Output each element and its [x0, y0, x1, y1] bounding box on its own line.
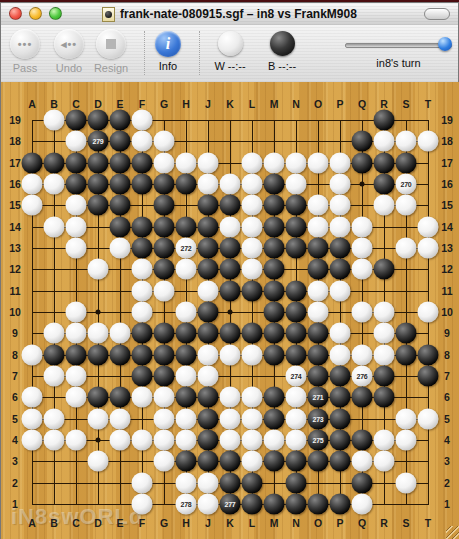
- white-stone-Q12: [352, 259, 373, 280]
- col-label-top: T: [425, 98, 431, 110]
- black-stone-L1: [242, 493, 263, 514]
- white-stone-S15: [396, 195, 417, 216]
- black-stone-T8: [418, 344, 439, 365]
- undo-label: Undo: [47, 62, 91, 74]
- move-number: 271: [313, 394, 324, 401]
- black-stone-B8: [44, 344, 65, 365]
- black-stone-C16: [66, 173, 87, 194]
- col-label-top: N: [292, 98, 300, 110]
- resign-button[interactable]: Resign: [89, 29, 133, 74]
- black-stone-G8: [154, 344, 175, 365]
- black-stone-G14: [154, 216, 175, 237]
- white-stone-F12: [132, 259, 153, 280]
- row-label-left: 12: [9, 263, 21, 275]
- row-label-right: 7: [444, 370, 450, 382]
- col-label-top: D: [94, 98, 102, 110]
- info-button[interactable]: i Info: [146, 29, 190, 72]
- white-stone-S18: [396, 131, 417, 152]
- black-stone-P5: [330, 408, 351, 429]
- white-stone-F19: [132, 110, 153, 131]
- white-stone-F10: [132, 301, 153, 322]
- black-stone-E14: [110, 216, 131, 237]
- undo-button[interactable]: ◂•• Undo: [47, 29, 91, 74]
- star-point: [360, 181, 365, 186]
- black-stone-T7: [418, 365, 439, 386]
- row-label-right: 10: [441, 306, 453, 318]
- white-stone-K16: [220, 173, 241, 194]
- black-stone-S8: [396, 344, 417, 365]
- black-stone-O6: 271: [308, 387, 329, 408]
- row-label-right: 14: [441, 221, 453, 233]
- collapse-button[interactable]: [424, 8, 450, 20]
- col-label-top: H: [182, 98, 190, 110]
- turn-label: in8's turn: [341, 57, 456, 69]
- black-stone-D15: [88, 195, 109, 216]
- black-stone-G16: [154, 173, 175, 194]
- move-number: 278: [181, 500, 192, 507]
- white-stone-R8: [374, 344, 395, 365]
- black-stone-E17: [110, 152, 131, 173]
- black-stone-M9: [264, 323, 285, 344]
- black-stone-N10: [286, 301, 307, 322]
- move-number: 272: [181, 244, 192, 251]
- black-stone-Q18: [352, 131, 373, 152]
- col-label-top: O: [314, 98, 322, 110]
- white-stone-T5: [418, 408, 439, 429]
- white-stone-L5: [242, 408, 263, 429]
- white-stone-C14: [66, 216, 87, 237]
- black-stone-O4: 275: [308, 429, 329, 450]
- close-button[interactable]: [9, 7, 22, 20]
- black-stone-O3: [308, 451, 329, 472]
- col-label-top: A: [28, 98, 36, 110]
- white-stone-J11: [198, 280, 219, 301]
- white-stone-L4: [242, 429, 263, 450]
- black-stone-F9: [132, 323, 153, 344]
- white-clock-text: W --:--: [205, 60, 255, 72]
- black-stone-E19: [110, 110, 131, 131]
- white-stone-S2: [396, 472, 417, 493]
- black-stone-O9: [308, 323, 329, 344]
- black-stone-C17: [66, 152, 87, 173]
- white-stone-P14: [330, 216, 351, 237]
- black-stone-E18: [110, 131, 131, 152]
- white-stone-B16: [44, 173, 65, 194]
- pass-button[interactable]: ••• Pass: [3, 29, 47, 74]
- black-stone-M15: [264, 195, 285, 216]
- white-stone-H4: [176, 429, 197, 450]
- white-stone-C9: [66, 323, 87, 344]
- col-label-bottom: R: [380, 517, 388, 529]
- row-label-left: 16: [9, 178, 21, 190]
- black-stone-N14: [286, 216, 307, 237]
- white-stone-A4: [22, 429, 43, 450]
- black-stone-K11: [220, 280, 241, 301]
- row-label-left: 6: [12, 391, 18, 403]
- white-stone-D12: [88, 259, 109, 280]
- slider-track[interactable]: [345, 37, 452, 51]
- white-stone-M4: [264, 429, 285, 450]
- black-stone-R17: [374, 152, 395, 173]
- minimize-button[interactable]: [29, 7, 42, 20]
- black-stone-H3: [176, 451, 197, 472]
- white-stone-S5: [396, 408, 417, 429]
- white-stone-B9: [44, 323, 65, 344]
- row-label-left: 2: [12, 477, 18, 489]
- white-stone-G11: [154, 280, 175, 301]
- white-stone-T18: [418, 131, 439, 152]
- col-label-bottom: T: [425, 517, 431, 529]
- black-stone-H9: [176, 323, 197, 344]
- white-stone-C15: [66, 195, 87, 216]
- toolbar-separator: [144, 31, 145, 75]
- move-number: 270: [401, 180, 412, 187]
- black-stone-N3: [286, 451, 307, 472]
- white-stone-F6: [132, 387, 153, 408]
- black-stone-J4: [198, 429, 219, 450]
- row-label-left: 15: [9, 199, 21, 211]
- white-stone-E9: [110, 323, 131, 344]
- black-stone-H8: [176, 344, 197, 365]
- black-stone-D19: [88, 110, 109, 131]
- white-stone-P16: [330, 173, 351, 194]
- white-stone-T13: [418, 237, 439, 258]
- white-stone-N17: [286, 152, 307, 173]
- title-bar[interactable]: frank-nate-080915.sgf – in8 vs FrankM908: [1, 3, 458, 26]
- white-stone-K4: [220, 429, 241, 450]
- row-label-left: 18: [9, 135, 21, 147]
- row-label-left: 17: [9, 157, 21, 169]
- black-stone-R12: [374, 259, 395, 280]
- black-stone-M16: [264, 173, 285, 194]
- black-stone-M3: [264, 451, 285, 472]
- white-stone-R9: [374, 323, 395, 344]
- white-stone-N4: [286, 429, 307, 450]
- white-stone-H13: 272: [176, 237, 197, 258]
- white-stone-L16: [242, 173, 263, 194]
- move-number: 277: [225, 500, 236, 507]
- black-clock: B --:--: [257, 31, 307, 72]
- move-number: 273: [313, 415, 324, 422]
- black-stone-M14: [264, 216, 285, 237]
- black-stone-P13: [330, 237, 351, 258]
- white-stone-Q14: [352, 216, 373, 237]
- white-stone-O15: [308, 195, 329, 216]
- white-stone-L3: [242, 451, 263, 472]
- white-stone-K8: [220, 344, 241, 365]
- white-stone-J7: [198, 365, 219, 386]
- white-stone-F18: [132, 131, 153, 152]
- row-label-left: 3: [12, 455, 18, 467]
- col-label-bottom: E: [116, 517, 123, 529]
- row-label-right: 4: [444, 434, 450, 446]
- white-stone-B7: [44, 365, 65, 386]
- black-stone-R16: [374, 173, 395, 194]
- move-number: 275: [313, 436, 324, 443]
- black-stone-O8: [308, 344, 329, 365]
- black-stone-D18: 279: [88, 131, 109, 152]
- black-stone-J10: [198, 301, 219, 322]
- col-label-top: M: [270, 98, 279, 110]
- white-stone-G3: [154, 451, 175, 472]
- white-stone-E13: [110, 237, 131, 258]
- col-label-bottom: L: [249, 517, 255, 529]
- white-stone-Q10: [352, 301, 373, 322]
- undo-icon: ◂••: [54, 29, 84, 59]
- black-stone-P6: [330, 387, 351, 408]
- white-stone-C18: [66, 131, 87, 152]
- white-stone-F1: [132, 493, 153, 514]
- black-stone-G7: [154, 365, 175, 386]
- white-stone-L12: [242, 259, 263, 280]
- white-stone-K6: [220, 387, 241, 408]
- black-stone-J9: [198, 323, 219, 344]
- white-stone-G6: [154, 387, 175, 408]
- black-stone-K3: [220, 451, 241, 472]
- black-stone-R19: [374, 110, 395, 131]
- black-stone-P3: [330, 451, 351, 472]
- white-stone-O14: [308, 216, 329, 237]
- black-stone-H14: [176, 216, 197, 237]
- white-stone-O10: [308, 301, 329, 322]
- resize-grip-icon[interactable]: [446, 526, 459, 539]
- black-stone-M12: [264, 259, 285, 280]
- black-stone-K2: [220, 472, 241, 493]
- row-label-right: 11: [441, 285, 452, 297]
- white-stone-L6: [242, 387, 263, 408]
- col-label-bottom: H: [182, 517, 190, 529]
- black-stone-D16: [88, 173, 109, 194]
- white-stone-H1: 278: [176, 493, 197, 514]
- white-stone-N16: [286, 173, 307, 194]
- info-label: Info: [146, 60, 190, 72]
- black-stone-R6: [374, 387, 395, 408]
- row-label-left: 9: [12, 327, 18, 339]
- white-stone-G18: [154, 131, 175, 152]
- row-label-left: 7: [12, 370, 18, 382]
- move-number: 279: [93, 138, 104, 145]
- black-stone-D17: [88, 152, 109, 173]
- black-stone-N8: [286, 344, 307, 365]
- white-stone-Q3: [352, 451, 373, 472]
- row-label-left: 10: [9, 306, 21, 318]
- white-stone-Q13: [352, 237, 373, 258]
- row-label-right: 9: [444, 327, 450, 339]
- app-window: frank-nate-080915.sgf – in8 vs FrankM908…: [0, 2, 459, 539]
- black-stone-Q6: [352, 387, 373, 408]
- row-label-right: 18: [441, 135, 453, 147]
- row-label-right: 5: [444, 413, 450, 425]
- black-stone-M10: [264, 301, 285, 322]
- black-stone-P12: [330, 259, 351, 280]
- toolbar: ••• Pass ◂•• Undo Resign i Info W --:-- …: [1, 25, 458, 83]
- black-stone-N13: [286, 237, 307, 258]
- white-stone-J1: [198, 493, 219, 514]
- black-stone-J12: [198, 259, 219, 280]
- black-stone-E8: [110, 344, 131, 365]
- black-stone-C8: [66, 344, 87, 365]
- black-stone-F16: [132, 173, 153, 194]
- col-label-top: G: [160, 98, 168, 110]
- info-icon: i: [155, 31, 181, 57]
- star-point: [228, 309, 233, 314]
- window-title: frank-nate-080915.sgf – in8 vs FrankM908: [120, 7, 357, 21]
- white-stone-Q8: [352, 344, 373, 365]
- white-stone-T10: [418, 301, 439, 322]
- star-point: [96, 437, 101, 442]
- black-stone-O5: 273: [308, 408, 329, 429]
- black-stone-G13: [154, 237, 175, 258]
- black-stone-F8: [132, 344, 153, 365]
- white-stone-R15: [374, 195, 395, 216]
- black-stone-L11: [242, 280, 263, 301]
- white-stone-D3: [88, 451, 109, 472]
- row-label-left: 4: [12, 434, 18, 446]
- white-stone-F4: [132, 429, 153, 450]
- white-stone-J2: [198, 472, 219, 493]
- white-stone-D5: [88, 408, 109, 429]
- white-stone-E5: [110, 408, 131, 429]
- row-label-right: 17: [441, 157, 453, 169]
- black-stone-O12: [308, 259, 329, 280]
- black-stone-Q17: [352, 152, 373, 173]
- game-position-slider: in8's turn: [341, 31, 456, 69]
- black-stone-M6: [264, 387, 285, 408]
- black-stone-M13: [264, 237, 285, 258]
- white-stone-P9: [330, 323, 351, 344]
- go-board[interactable]: iN8swORLd AABBCCDDEEFFGGHHJJKKLLMMNNOOPP…: [1, 82, 459, 539]
- white-stone-P15: [330, 195, 351, 216]
- white-stone-A16: [22, 173, 43, 194]
- white-stone-S13: [396, 237, 417, 258]
- move-number: 274: [291, 372, 302, 379]
- black-stone-N2: [286, 472, 307, 493]
- white-stone-L15: [242, 195, 263, 216]
- black-stone-E6: [110, 387, 131, 408]
- black-stone-J3: [198, 451, 219, 472]
- white-stone-K14: [220, 216, 241, 237]
- black-stone-O1: [308, 493, 329, 514]
- white-stone-N7: 274: [286, 365, 307, 386]
- black-stone-E15: [110, 195, 131, 216]
- col-label-top: B: [50, 98, 58, 110]
- white-stone-C7: [66, 365, 87, 386]
- row-label-right: 6: [444, 391, 450, 403]
- black-stone-P7: [330, 365, 351, 386]
- white-stone-F2: [132, 472, 153, 493]
- black-stone-S9: [396, 323, 417, 344]
- slider-knob[interactable]: [438, 37, 452, 51]
- white-stone-Q1: [352, 493, 373, 514]
- col-label-bottom: A: [28, 517, 36, 529]
- black-stone-J14: [198, 216, 219, 237]
- black-stone-H6: [176, 387, 197, 408]
- row-label-left: 19: [9, 114, 21, 126]
- row-label-right: 3: [444, 455, 450, 467]
- black-stone-Q2: [352, 472, 373, 493]
- black-stone-G9: [154, 323, 175, 344]
- resign-icon: [96, 29, 126, 59]
- col-label-bottom: G: [160, 517, 168, 529]
- col-label-bottom: J: [205, 517, 211, 529]
- row-label-right: 8: [444, 349, 450, 361]
- col-label-bottom: O: [314, 517, 322, 529]
- black-stone-J5: [198, 408, 219, 429]
- row-label-left: 5: [12, 413, 18, 425]
- white-stone-H2: [176, 472, 197, 493]
- white-stone-L13: [242, 237, 263, 258]
- black-stone-N1: [286, 493, 307, 514]
- black-stone-D8: [88, 344, 109, 365]
- black-stone-N11: [286, 280, 307, 301]
- black-stone-K9: [220, 323, 241, 344]
- white-stone-N5: [286, 408, 307, 429]
- white-stone-B14: [44, 216, 65, 237]
- black-stone-J13: [198, 237, 219, 258]
- white-stone-C6: [66, 387, 87, 408]
- white-stone-K5: [220, 408, 241, 429]
- zoom-button[interactable]: [49, 7, 62, 20]
- white-stone-L14: [242, 216, 263, 237]
- star-point: [96, 309, 101, 314]
- white-stone-L17: [242, 152, 263, 173]
- white-stone-S4: [396, 429, 417, 450]
- white-stone-O17: [308, 152, 329, 173]
- white-stone-H17: [176, 152, 197, 173]
- black-stone-P4: [330, 429, 351, 450]
- black-stone-G15: [154, 195, 175, 216]
- white-stone-B19: [44, 110, 65, 131]
- white-stone-icon: [218, 31, 243, 56]
- black-stone-D6: [88, 387, 109, 408]
- row-label-left: 13: [9, 242, 21, 254]
- row-label-right: 16: [441, 178, 453, 190]
- col-label-top: K: [226, 98, 234, 110]
- white-stone-M17: [264, 152, 285, 173]
- black-stone-A17: [22, 152, 43, 173]
- col-label-bottom: Q: [358, 517, 366, 529]
- row-label-left: 11: [9, 285, 20, 297]
- row-label-left: 14: [9, 221, 21, 233]
- col-label-top: C: [72, 98, 80, 110]
- white-stone-A6: [22, 387, 43, 408]
- black-stone-J6: [198, 387, 219, 408]
- row-label-right: 15: [441, 199, 453, 211]
- pass-icon: •••: [10, 29, 40, 59]
- toolbar-separator: [199, 31, 200, 75]
- white-stone-O11: [308, 280, 329, 301]
- white-stone-N6: [286, 387, 307, 408]
- row-label-right: 1: [444, 498, 450, 510]
- black-stone-F17: [132, 152, 153, 173]
- col-label-top: L: [249, 98, 255, 110]
- black-stone-M11: [264, 280, 285, 301]
- black-stone-C19: [66, 110, 87, 131]
- col-label-top: P: [336, 98, 343, 110]
- col-label-top: F: [139, 98, 145, 110]
- black-stone-P1: [330, 493, 351, 514]
- white-stone-R3: [374, 451, 395, 472]
- white-stone-G5: [154, 408, 175, 429]
- col-label-bottom: B: [50, 517, 58, 529]
- white-stone-P8: [330, 344, 351, 365]
- black-stone-H16: [176, 173, 197, 194]
- white-stone-Q7: 276: [352, 365, 373, 386]
- white-stone-F11: [132, 280, 153, 301]
- white-stone-R4: [374, 429, 395, 450]
- white-stone-P17: [330, 152, 351, 173]
- col-label-bottom: N: [292, 517, 300, 529]
